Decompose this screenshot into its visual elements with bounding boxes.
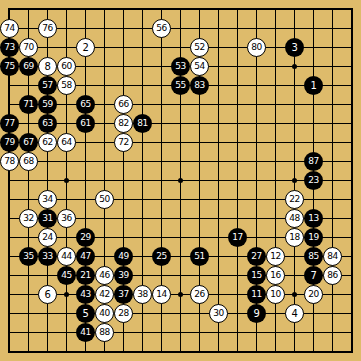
intersection-ka[interactable]	[190, 0, 209, 19]
white-stone-52[interactable]: 52	[190, 38, 209, 57]
intersection-ee[interactable]	[76, 76, 95, 95]
intersection-ss[interactable]	[342, 342, 361, 361]
intersection-or[interactable]	[266, 323, 285, 342]
intersection-gk[interactable]	[114, 190, 133, 209]
intersection-sh[interactable]	[342, 133, 361, 152]
intersection-qi[interactable]: 87	[304, 152, 323, 171]
intersection-nc[interactable]: 80	[247, 38, 266, 57]
intersection-qc[interactable]	[304, 38, 323, 57]
intersection-cj[interactable]	[38, 171, 57, 190]
intersection-mo[interactable]	[228, 266, 247, 285]
intersection-as[interactable]	[0, 342, 19, 361]
intersection-ll[interactable]	[209, 209, 228, 228]
intersection-ig[interactable]	[152, 114, 171, 133]
intersection-lr[interactable]	[209, 323, 228, 342]
intersection-mc[interactable]	[228, 38, 247, 57]
intersection-sa[interactable]	[342, 0, 361, 19]
intersection-nq[interactable]: 9	[247, 304, 266, 323]
intersection-ap[interactable]	[0, 285, 19, 304]
intersection-fn[interactable]	[95, 247, 114, 266]
intersection-oa[interactable]	[266, 0, 285, 19]
intersection-ph[interactable]	[285, 133, 304, 152]
intersection-jf[interactable]	[171, 95, 190, 114]
intersection-in[interactable]: 25	[152, 247, 171, 266]
intersection-gc[interactable]	[114, 38, 133, 57]
intersection-ne[interactable]	[247, 76, 266, 95]
intersection-qs[interactable]	[304, 342, 323, 361]
black-stone-7[interactable]: 7	[304, 266, 323, 285]
intersection-fa[interactable]	[95, 0, 114, 19]
black-stone-75[interactable]: 75	[0, 57, 19, 76]
intersection-nf[interactable]	[247, 95, 266, 114]
intersection-pc[interactable]: 3	[285, 38, 304, 57]
intersection-hm[interactable]	[133, 228, 152, 247]
intersection-di[interactable]	[57, 152, 76, 171]
intersection-sp[interactable]	[342, 285, 361, 304]
intersection-is[interactable]	[152, 342, 171, 361]
intersection-jb[interactable]	[171, 19, 190, 38]
intersection-no[interactable]: 15	[247, 266, 266, 285]
white-stone-82[interactable]: 82	[114, 114, 133, 133]
intersection-db[interactable]	[57, 19, 76, 38]
intersection-cp[interactable]: 6	[38, 285, 57, 304]
intersection-kp[interactable]: 26	[190, 285, 209, 304]
intersection-lm[interactable]	[209, 228, 228, 247]
black-stone-63[interactable]: 63	[38, 114, 57, 133]
white-stone-76[interactable]: 76	[38, 19, 57, 38]
intersection-do[interactable]: 45	[57, 266, 76, 285]
intersection-fj[interactable]	[95, 171, 114, 190]
intersection-aj[interactable]	[0, 171, 19, 190]
intersection-kb[interactable]	[190, 19, 209, 38]
black-stone-1[interactable]: 1	[304, 76, 323, 95]
intersection-bp[interactable]	[19, 285, 38, 304]
intersection-al[interactable]	[0, 209, 19, 228]
intersection-sf[interactable]	[342, 95, 361, 114]
intersection-ac[interactable]: 73	[0, 38, 19, 57]
black-stone-53[interactable]: 53	[171, 57, 190, 76]
intersection-iq[interactable]	[152, 304, 171, 323]
intersection-pq[interactable]: 4	[285, 304, 304, 323]
intersection-qf[interactable]	[304, 95, 323, 114]
intersection-bk[interactable]	[19, 190, 38, 209]
intersection-ir[interactable]	[152, 323, 171, 342]
intersection-pm[interactable]: 18	[285, 228, 304, 247]
intersection-mb[interactable]	[228, 19, 247, 38]
intersection-kj[interactable]	[190, 171, 209, 190]
white-stone-64[interactable]: 64	[57, 133, 76, 152]
intersection-io[interactable]	[152, 266, 171, 285]
intersection-il[interactable]	[152, 209, 171, 228]
intersection-pi[interactable]	[285, 152, 304, 171]
intersection-gn[interactable]: 49	[114, 247, 133, 266]
intersection-ib[interactable]: 56	[152, 19, 171, 38]
intersection-ma[interactable]	[228, 0, 247, 19]
white-stone-56[interactable]: 56	[152, 19, 171, 38]
intersection-df[interactable]	[57, 95, 76, 114]
intersection-oh[interactable]	[266, 133, 285, 152]
intersection-pr[interactable]	[285, 323, 304, 342]
intersection-sr[interactable]	[342, 323, 361, 342]
intersection-sc[interactable]	[342, 38, 361, 57]
intersection-ep[interactable]: 43	[76, 285, 95, 304]
intersection-pk[interactable]: 22	[285, 190, 304, 209]
black-stone-45[interactable]: 45	[57, 266, 76, 285]
intersection-oi[interactable]	[266, 152, 285, 171]
intersection-fq[interactable]: 40	[95, 304, 114, 323]
intersection-pa[interactable]	[285, 0, 304, 19]
intersection-ga[interactable]	[114, 0, 133, 19]
white-stone-54[interactable]: 54	[190, 57, 209, 76]
intersection-ld[interactable]	[209, 57, 228, 76]
intersection-hs[interactable]	[133, 342, 152, 361]
intersection-ra[interactable]	[323, 0, 342, 19]
intersection-fd[interactable]	[95, 57, 114, 76]
intersection-lk[interactable]	[209, 190, 228, 209]
intersection-hd[interactable]	[133, 57, 152, 76]
intersection-hn[interactable]	[133, 247, 152, 266]
intersection-be[interactable]	[19, 76, 38, 95]
intersection-oq[interactable]	[266, 304, 285, 323]
intersection-kg[interactable]	[190, 114, 209, 133]
intersection-cl[interactable]: 31	[38, 209, 57, 228]
intersection-fm[interactable]	[95, 228, 114, 247]
intersection-hg[interactable]: 81	[133, 114, 152, 133]
intersection-ii[interactable]	[152, 152, 171, 171]
intersection-id[interactable]	[152, 57, 171, 76]
intersection-so[interactable]	[342, 266, 361, 285]
intersection-if[interactable]	[152, 95, 171, 114]
intersection-dc[interactable]	[57, 38, 76, 57]
intersection-dh[interactable]: 64	[57, 133, 76, 152]
intersection-ml[interactable]	[228, 209, 247, 228]
intersection-gq[interactable]: 28	[114, 304, 133, 323]
intersection-mr[interactable]	[228, 323, 247, 342]
intersection-ca[interactable]	[38, 0, 57, 19]
intersection-qh[interactable]	[304, 133, 323, 152]
intersection-mq[interactable]	[228, 304, 247, 323]
white-stone-42[interactable]: 42	[95, 285, 114, 304]
black-stone-43[interactable]: 43	[76, 285, 95, 304]
white-stone-26[interactable]: 26	[190, 285, 209, 304]
intersection-rp[interactable]	[323, 285, 342, 304]
black-stone-49[interactable]: 49	[114, 247, 133, 266]
intersection-lo[interactable]	[209, 266, 228, 285]
black-stone-25[interactable]: 25	[152, 247, 171, 266]
intersection-jh[interactable]	[171, 133, 190, 152]
intersection-hc[interactable]	[133, 38, 152, 57]
intersection-md[interactable]	[228, 57, 247, 76]
intersection-ij[interactable]	[152, 171, 171, 190]
white-stone-30[interactable]: 30	[209, 304, 228, 323]
intersection-ie[interactable]	[152, 76, 171, 95]
intersection-fp[interactable]: 42	[95, 285, 114, 304]
black-stone-33[interactable]: 33	[38, 247, 57, 266]
intersection-ah[interactable]: 79	[0, 133, 19, 152]
intersection-an[interactable]	[0, 247, 19, 266]
intersection-bn[interactable]: 35	[19, 247, 38, 266]
intersection-mn[interactable]	[228, 247, 247, 266]
intersection-pf[interactable]	[285, 95, 304, 114]
intersection-qq[interactable]	[304, 304, 323, 323]
intersection-ms[interactable]	[228, 342, 247, 361]
intersection-ol[interactable]	[266, 209, 285, 228]
white-stone-88[interactable]: 88	[95, 323, 114, 342]
intersection-ji[interactable]	[171, 152, 190, 171]
intersection-pn[interactable]	[285, 247, 304, 266]
intersection-ih[interactable]	[152, 133, 171, 152]
intersection-kf[interactable]	[190, 95, 209, 114]
intersection-ch[interactable]: 62	[38, 133, 57, 152]
intersection-ng[interactable]	[247, 114, 266, 133]
intersection-mh[interactable]	[228, 133, 247, 152]
intersection-ek[interactable]	[76, 190, 95, 209]
intersection-ad[interactable]: 75	[0, 57, 19, 76]
intersection-oj[interactable]	[266, 171, 285, 190]
intersection-nh[interactable]	[247, 133, 266, 152]
intersection-mg[interactable]	[228, 114, 247, 133]
intersection-qj[interactable]: 23	[304, 171, 323, 190]
intersection-ef[interactable]: 65	[76, 95, 95, 114]
intersection-nk[interactable]	[247, 190, 266, 209]
intersection-er[interactable]: 41	[76, 323, 95, 342]
intersection-ip[interactable]: 14	[152, 285, 171, 304]
intersection-lf[interactable]	[209, 95, 228, 114]
intersection-gi[interactable]	[114, 152, 133, 171]
white-stone-72[interactable]: 72	[114, 133, 133, 152]
intersection-nl[interactable]	[247, 209, 266, 228]
intersection-aa[interactable]	[0, 0, 19, 19]
intersection-fs[interactable]	[95, 342, 114, 361]
intersection-js[interactable]	[171, 342, 190, 361]
intersection-sg[interactable]	[342, 114, 361, 133]
white-stone-32[interactable]: 32	[19, 209, 38, 228]
intersection-je[interactable]: 55	[171, 76, 190, 95]
intersection-qe[interactable]: 1	[304, 76, 323, 95]
intersection-le[interactable]	[209, 76, 228, 95]
intersection-me[interactable]	[228, 76, 247, 95]
intersection-ge[interactable]	[114, 76, 133, 95]
black-stone-51[interactable]: 51	[190, 247, 209, 266]
intersection-cb[interactable]: 76	[38, 19, 57, 38]
intersection-kn[interactable]: 51	[190, 247, 209, 266]
intersection-gm[interactable]	[114, 228, 133, 247]
intersection-km[interactable]	[190, 228, 209, 247]
intersection-rc[interactable]	[323, 38, 342, 57]
intersection-ec[interactable]: 2	[76, 38, 95, 57]
intersection-dd[interactable]: 60	[57, 57, 76, 76]
intersection-qm[interactable]: 19	[304, 228, 323, 247]
black-stone-23[interactable]: 23	[304, 171, 323, 190]
intersection-bh[interactable]: 67	[19, 133, 38, 152]
intersection-cr[interactable]	[38, 323, 57, 342]
black-stone-83[interactable]: 83	[190, 76, 209, 95]
intersection-dk[interactable]	[57, 190, 76, 209]
intersection-go[interactable]: 39	[114, 266, 133, 285]
intersection-rf[interactable]	[323, 95, 342, 114]
intersection-ps[interactable]	[285, 342, 304, 361]
intersection-si[interactable]	[342, 152, 361, 171]
intersection-rq[interactable]	[323, 304, 342, 323]
intersection-ha[interactable]	[133, 0, 152, 19]
intersection-dj[interactable]	[57, 171, 76, 190]
intersection-nr[interactable]	[247, 323, 266, 342]
intersection-rl[interactable]	[323, 209, 342, 228]
intersection-cs[interactable]	[38, 342, 57, 361]
intersection-ar[interactable]	[0, 323, 19, 342]
white-stone-16[interactable]: 16	[266, 266, 285, 285]
intersection-pg[interactable]	[285, 114, 304, 133]
white-stone-46[interactable]: 46	[95, 266, 114, 285]
intersection-sj[interactable]	[342, 171, 361, 190]
intersection-rk[interactable]	[323, 190, 342, 209]
intersection-fr[interactable]: 88	[95, 323, 114, 342]
white-stone-66[interactable]: 66	[114, 95, 133, 114]
intersection-bm[interactable]	[19, 228, 38, 247]
intersection-ba[interactable]	[19, 0, 38, 19]
black-stone-57[interactable]: 57	[38, 76, 57, 95]
black-stone-21[interactable]: 21	[76, 266, 95, 285]
intersection-hq[interactable]	[133, 304, 152, 323]
intersection-jk[interactable]	[171, 190, 190, 209]
black-stone-13[interactable]: 13	[304, 209, 323, 228]
intersection-sm[interactable]	[342, 228, 361, 247]
intersection-gf[interactable]: 66	[114, 95, 133, 114]
intersection-dm[interactable]	[57, 228, 76, 247]
white-stone-60[interactable]: 60	[57, 57, 76, 76]
intersection-el[interactable]	[76, 209, 95, 228]
intersection-jn[interactable]	[171, 247, 190, 266]
intersection-ob[interactable]	[266, 19, 285, 38]
intersection-qb[interactable]	[304, 19, 323, 38]
intersection-bo[interactable]	[19, 266, 38, 285]
intersection-dn[interactable]: 44	[57, 247, 76, 266]
black-stone-79[interactable]: 79	[0, 133, 19, 152]
intersection-os[interactable]	[266, 342, 285, 361]
intersection-ko[interactable]	[190, 266, 209, 285]
intersection-ei[interactable]	[76, 152, 95, 171]
black-stone-5[interactable]: 5	[76, 304, 95, 323]
intersection-rj[interactable]	[323, 171, 342, 190]
intersection-jc[interactable]	[171, 38, 190, 57]
intersection-oe[interactable]	[266, 76, 285, 95]
intersection-eb[interactable]	[76, 19, 95, 38]
black-stone-69[interactable]: 69	[19, 57, 38, 76]
intersection-eh[interactable]	[76, 133, 95, 152]
intersection-mk[interactable]	[228, 190, 247, 209]
intersection-jr[interactable]	[171, 323, 190, 342]
intersection-gd[interactable]	[114, 57, 133, 76]
intersection-fe[interactable]	[95, 76, 114, 95]
intersection-bl[interactable]: 32	[19, 209, 38, 228]
intersection-kh[interactable]	[190, 133, 209, 152]
intersection-pl[interactable]: 48	[285, 209, 304, 228]
intersection-qp[interactable]: 20	[304, 285, 323, 304]
intersection-gb[interactable]	[114, 19, 133, 38]
intersection-rn[interactable]: 84	[323, 247, 342, 266]
intersection-ik[interactable]	[152, 190, 171, 209]
intersection-cf[interactable]: 59	[38, 95, 57, 114]
intersection-fk[interactable]: 50	[95, 190, 114, 209]
intersection-hr[interactable]	[133, 323, 152, 342]
intersection-eq[interactable]: 5	[76, 304, 95, 323]
intersection-of[interactable]	[266, 95, 285, 114]
intersection-bb[interactable]	[19, 19, 38, 38]
intersection-hp[interactable]: 38	[133, 285, 152, 304]
intersection-sb[interactable]	[342, 19, 361, 38]
white-stone-48[interactable]: 48	[285, 209, 304, 228]
intersection-rd[interactable]	[323, 57, 342, 76]
intersection-oc[interactable]	[266, 38, 285, 57]
black-stone-73[interactable]: 73	[0, 38, 19, 57]
intersection-cc[interactable]	[38, 38, 57, 57]
intersection-ae[interactable]	[0, 76, 19, 95]
intersection-jg[interactable]	[171, 114, 190, 133]
intersection-kq[interactable]	[190, 304, 209, 323]
intersection-qa[interactable]	[304, 0, 323, 19]
black-stone-59[interactable]: 59	[38, 95, 57, 114]
intersection-fb[interactable]	[95, 19, 114, 38]
black-stone-39[interactable]: 39	[114, 266, 133, 285]
white-stone-22[interactable]: 22	[285, 190, 304, 209]
intersection-cg[interactable]: 63	[38, 114, 57, 133]
intersection-bj[interactable]	[19, 171, 38, 190]
intersection-gh[interactable]: 72	[114, 133, 133, 152]
intersection-gp[interactable]: 37	[114, 285, 133, 304]
black-stone-55[interactable]: 55	[171, 76, 190, 95]
intersection-br[interactable]	[19, 323, 38, 342]
black-stone-3[interactable]: 3	[285, 38, 304, 57]
intersection-la[interactable]	[209, 0, 228, 19]
intersection-dr[interactable]	[57, 323, 76, 342]
white-stone-6[interactable]: 6	[38, 285, 57, 304]
intersection-nj[interactable]	[247, 171, 266, 190]
intersection-gs[interactable]	[114, 342, 133, 361]
intersection-lg[interactable]	[209, 114, 228, 133]
intersection-ke[interactable]: 83	[190, 76, 209, 95]
intersection-nm[interactable]	[247, 228, 266, 247]
intersection-bg[interactable]	[19, 114, 38, 133]
intersection-he[interactable]	[133, 76, 152, 95]
white-stone-86[interactable]: 86	[323, 266, 342, 285]
intersection-ff[interactable]	[95, 95, 114, 114]
intersection-ej[interactable]	[76, 171, 95, 190]
black-stone-35[interactable]: 35	[19, 247, 38, 266]
black-stone-19[interactable]: 19	[304, 228, 323, 247]
intersection-ja[interactable]	[171, 0, 190, 19]
intersection-qn[interactable]: 85	[304, 247, 323, 266]
intersection-dp[interactable]	[57, 285, 76, 304]
intersection-lj[interactable]	[209, 171, 228, 190]
black-stone-81[interactable]: 81	[133, 114, 152, 133]
intersection-qo[interactable]: 7	[304, 266, 323, 285]
intersection-gj[interactable]	[114, 171, 133, 190]
intersection-ql[interactable]: 13	[304, 209, 323, 228]
intersection-ab[interactable]: 74	[0, 19, 19, 38]
intersection-bf[interactable]: 71	[19, 95, 38, 114]
intersection-qg[interactable]	[304, 114, 323, 133]
intersection-sl[interactable]	[342, 209, 361, 228]
intersection-bs[interactable]	[19, 342, 38, 361]
intersection-lb[interactable]	[209, 19, 228, 38]
intersection-mm[interactable]: 17	[228, 228, 247, 247]
intersection-eg[interactable]: 61	[76, 114, 95, 133]
intersection-co[interactable]	[38, 266, 57, 285]
intersection-lq[interactable]: 30	[209, 304, 228, 323]
black-stone-47[interactable]: 47	[76, 247, 95, 266]
intersection-fl[interactable]	[95, 209, 114, 228]
intersection-rh[interactable]	[323, 133, 342, 152]
